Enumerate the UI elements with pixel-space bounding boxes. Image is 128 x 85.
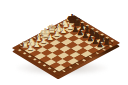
piece-black-pawn: ♟	[92, 38, 99, 47]
piece-white-knight: ♞	[28, 35, 37, 46]
piece-white-king: ♚	[40, 25, 51, 40]
piece-white-pawn: ♟	[27, 44, 34, 53]
piece-black-pawn: ♟	[72, 25, 79, 34]
pieces-layer: ♚♛♞♝♟♝♝♟♟♛♞♟♟♚♞♟♟♝♜♟♟♜♞♟♟♟♜♟	[0, 0, 128, 85]
piece-white-pawn: ♟	[60, 26, 67, 35]
piece-white-pawn: ♟	[34, 40, 41, 49]
piece-white-pawn: ♟	[67, 22, 74, 31]
piece-white-bishop: ♝	[54, 21, 63, 32]
piece-black-rook: ♜	[98, 33, 106, 43]
piece-black-knight: ♞	[92, 29, 101, 40]
piece-black-pawn: ♟	[77, 28, 84, 37]
piece-black-pawn: ♟	[97, 41, 104, 50]
piece-black-pawn: ♟	[87, 34, 94, 43]
piece-black-pawn: ♟	[82, 31, 89, 40]
piece-white-knight: ♞	[61, 18, 70, 29]
piece-white-pawn: ♟	[54, 30, 61, 39]
piece-white-bishop: ♝	[34, 32, 43, 43]
piece-white-queen: ♛	[47, 22, 57, 36]
piece-black-queen: ♛	[72, 15, 82, 29]
piece-black-knight: ♞	[88, 26, 97, 37]
piece-black-bishop: ♝	[82, 23, 91, 34]
piece-white-rook: ♜	[22, 40, 30, 50]
piece-black-rook: ♜	[103, 36, 111, 46]
piece-black-king: ♚	[66, 11, 77, 26]
piece-black-bishop: ♝	[77, 20, 86, 31]
piece-white-pawn: ♟	[47, 33, 54, 42]
chess-set-product-photo: aa88bb77cc66dd55ee44ff33gg22hh11 ♚♛♞♝♟♝♝…	[0, 0, 128, 85]
piece-white-pawn: ♟	[40, 37, 47, 46]
